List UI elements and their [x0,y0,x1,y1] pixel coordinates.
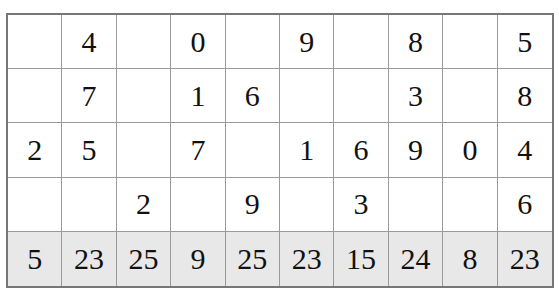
grid-cell-r4c10: 6 [498,178,552,232]
grid-cell-r3c5[interactable] [226,123,280,177]
grid-cell-r3c10: 4 [498,123,552,177]
grid-cell-r1c10: 5 [498,15,552,69]
sum-cell-c8: 24 [389,232,443,286]
grid-cell-r4c1[interactable] [8,178,62,232]
grid-cell-r3c7: 6 [334,123,388,177]
sum-cell-c3: 25 [117,232,171,286]
grid-cell-r1c9[interactable] [443,15,497,69]
grid-cell-r3c1: 2 [8,123,62,177]
grid-cell-r1c2: 4 [62,15,116,69]
sum-cell-c9: 8 [443,232,497,286]
grid-cell-r3c9: 0 [443,123,497,177]
sum-cell-c2: 23 [62,232,116,286]
grid-cell-r2c5: 6 [226,69,280,123]
grid-cell-r2c6[interactable] [280,69,334,123]
grid-cell-r4c4[interactable] [171,178,225,232]
sum-cell-c4: 9 [171,232,225,286]
grid-cell-r1c3[interactable] [117,15,171,69]
grid-cell-r1c4: 0 [171,15,225,69]
grid-cell-r1c8: 8 [389,15,443,69]
sum-cell-c5: 25 [226,232,280,286]
grid-cell-r1c7[interactable] [334,15,388,69]
grid-cell-r2c7[interactable] [334,69,388,123]
grid-cell-r4c6[interactable] [280,178,334,232]
sum-cell-c1: 5 [8,232,62,286]
grid-cell-r3c2: 5 [62,123,116,177]
grid-cell-r2c9[interactable] [443,69,497,123]
grid-cell-r1c1[interactable] [8,15,62,69]
grid-cell-r2c10: 8 [498,69,552,123]
sum-cell-c6: 23 [280,232,334,286]
puzzle-grid: 409857163825716904293652325925231524823 [6,13,554,288]
sum-cell-c7: 15 [334,232,388,286]
grid-cell-r4c7: 3 [334,178,388,232]
sum-cell-c10: 23 [498,232,552,286]
grid-cell-r3c4: 7 [171,123,225,177]
grid-cell-r2c4: 1 [171,69,225,123]
grid-cell-r3c6: 1 [280,123,334,177]
grid-cell-r2c8: 3 [389,69,443,123]
grid-cell-r2c1[interactable] [8,69,62,123]
grid-cell-r3c8: 9 [389,123,443,177]
grid-cell-r1c6: 9 [280,15,334,69]
grid-cell-r2c3[interactable] [117,69,171,123]
grid-cell-r4c3: 2 [117,178,171,232]
grid-cell-r4c2[interactable] [62,178,116,232]
grid-cell-r3c3[interactable] [117,123,171,177]
grid-cell-r4c8[interactable] [389,178,443,232]
grid-cell-r2c2: 7 [62,69,116,123]
grid-cell-r4c9[interactable] [443,178,497,232]
grid-cell-r1c5[interactable] [226,15,280,69]
grid-cell-r4c5: 9 [226,178,280,232]
